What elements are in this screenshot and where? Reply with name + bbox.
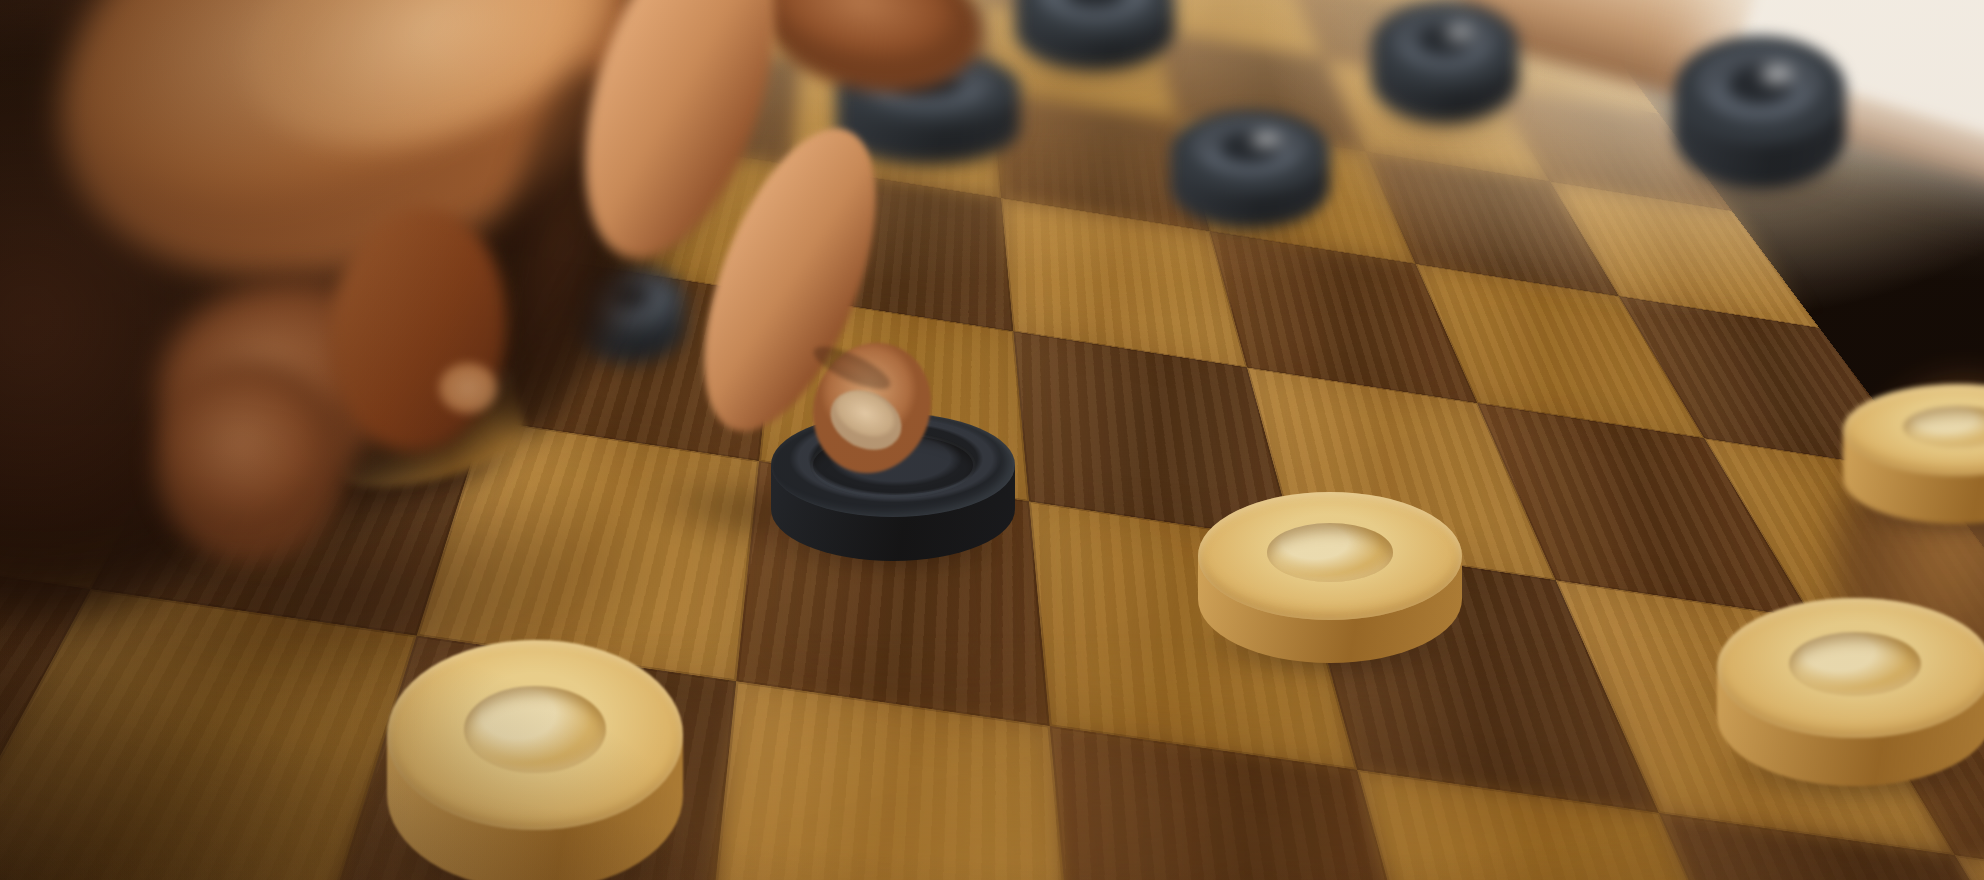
piece-dimple <box>1789 632 1921 696</box>
checker-light-h3[interactable] <box>1843 384 1984 524</box>
piece-dimple <box>1903 406 1984 448</box>
checker-dark-f5[interactable] <box>1170 110 1330 228</box>
checker-dark-g7[interactable] <box>1371 1 1519 123</box>
piece-top-face <box>1717 598 1984 738</box>
piece-reflection-highlight <box>1237 125 1295 155</box>
piece-top-face <box>1674 36 1846 144</box>
piece-dimple <box>464 686 606 773</box>
photo-checkers-scene <box>0 0 1984 880</box>
ring-finger <box>155 362 345 562</box>
checker-light-f2[interactable] <box>1198 492 1462 663</box>
piece-top-face <box>387 640 683 830</box>
piece-top-face <box>1371 1 1519 89</box>
piece-reflection-highlight <box>1433 17 1486 49</box>
piece-dimple <box>1267 523 1394 582</box>
checker-light-c1[interactable] <box>387 640 683 880</box>
checker-dark-e7[interactable] <box>1015 0 1175 70</box>
middle-finger-rimlight <box>438 362 498 414</box>
piece-top-face <box>1170 110 1330 194</box>
checker-light-g2[interactable] <box>1717 598 1984 786</box>
piece-top-face <box>1198 492 1462 620</box>
checker-dark-h7[interactable] <box>1674 36 1846 188</box>
